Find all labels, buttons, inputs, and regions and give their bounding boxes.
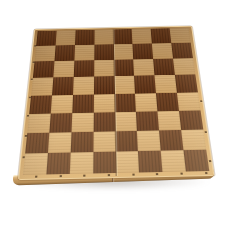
screw-icon	[131, 173, 133, 175]
square-r4c8	[175, 74, 198, 92]
screw-icon	[26, 115, 28, 117]
square-r6c7	[157, 110, 181, 130]
square-r6c4	[93, 112, 115, 132]
square-r4c3	[72, 77, 93, 95]
square-r3c6	[133, 59, 154, 76]
screw-icon	[204, 172, 207, 174]
square-r5c5	[114, 93, 136, 112]
square-r6c5	[114, 111, 136, 131]
square-r4c6	[134, 75, 156, 93]
square-r4c7	[154, 75, 176, 93]
square-r1c6	[132, 28, 152, 43]
square-r3c2	[53, 61, 74, 78]
square-r8c8	[183, 149, 209, 171]
screw-icon	[32, 61, 34, 62]
square-r2c5	[113, 44, 133, 60]
square-r6c8	[179, 110, 203, 130]
screw-icon	[156, 173, 158, 175]
square-r3c4	[93, 60, 113, 77]
square-r2c6	[132, 43, 153, 59]
square-r3c7	[153, 58, 175, 75]
screw-icon	[33, 45, 35, 46]
screw-icon	[30, 78, 32, 80]
square-r1c7	[150, 28, 171, 43]
square-r8c1	[22, 153, 47, 175]
square-r5c1	[29, 95, 52, 114]
square-r2c3	[74, 44, 94, 60]
square-r3c1	[32, 61, 53, 78]
square-r4c4	[93, 76, 114, 94]
square-r1c4	[94, 29, 113, 44]
square-r5c4	[93, 93, 114, 112]
square-r1c5	[113, 29, 133, 44]
square-r1c2	[55, 30, 75, 45]
square-r7c8	[181, 129, 206, 150]
square-r7c7	[159, 129, 183, 150]
square-r4c2	[51, 77, 73, 95]
screw-icon	[208, 160, 210, 162]
square-r6c6	[136, 111, 159, 131]
screw-icon	[35, 175, 37, 177]
square-r8c6	[138, 150, 162, 172]
square-r8c5	[115, 151, 139, 173]
board-frame	[17, 26, 214, 180]
screw-icon	[199, 100, 201, 102]
square-r6c3	[71, 112, 93, 132]
square-r2c1	[34, 45, 55, 61]
square-r3c8	[173, 58, 195, 75]
chessboard	[17, 26, 214, 180]
square-r8c7	[160, 150, 185, 172]
square-r7c3	[70, 131, 93, 152]
square-r7c2	[47, 132, 70, 153]
screw-icon	[204, 131, 206, 133]
square-r3c5	[113, 59, 134, 76]
square-r7c6	[137, 130, 161, 151]
square-r5c6	[135, 93, 157, 112]
screw-icon	[83, 174, 85, 176]
square-r1c3	[74, 30, 93, 45]
screw-icon	[24, 135, 26, 137]
square-r3c3	[73, 60, 93, 77]
square-r6c2	[49, 112, 72, 132]
square-r1c8	[169, 28, 190, 43]
screw-icon	[180, 172, 182, 174]
square-r2c7	[152, 43, 173, 59]
square-r2c4	[93, 44, 113, 60]
square-r7c1	[25, 132, 49, 153]
square-r5c3	[72, 94, 94, 113]
square-r7c5	[115, 130, 138, 151]
square-r4c5	[114, 76, 135, 94]
square-r5c7	[156, 92, 179, 111]
square-r5c2	[50, 94, 72, 113]
square-r8c4	[92, 151, 115, 173]
screw-icon	[28, 96, 30, 98]
square-r4c1	[31, 77, 53, 95]
square-r6c1	[27, 113, 50, 133]
screw-icon	[21, 156, 23, 158]
square-r2c8	[171, 42, 193, 58]
square-r8c2	[46, 152, 70, 174]
square-r5c8	[177, 92, 200, 111]
square-r2c2	[54, 45, 74, 61]
product-photo-scene	[0, 0, 225, 225]
square-r8c3	[69, 152, 93, 174]
square-r1c1	[36, 30, 56, 45]
screw-icon	[107, 174, 109, 176]
square-r7c4	[93, 131, 116, 152]
screw-icon	[59, 175, 61, 177]
